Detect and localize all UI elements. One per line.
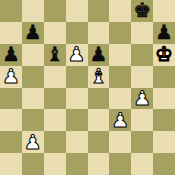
square-c4[interactable] — [44, 88, 66, 110]
square-e3[interactable] — [88, 109, 110, 131]
square-g8[interactable]: ♚ — [131, 0, 153, 22]
square-f6[interactable] — [109, 44, 131, 66]
black-bishop[interactable]: ♝ — [46, 44, 64, 65]
square-d2[interactable] — [66, 131, 88, 153]
square-a7[interactable] — [0, 22, 22, 44]
square-d7[interactable] — [66, 22, 88, 44]
square-g2[interactable] — [131, 131, 153, 153]
square-a6[interactable]: ♟ — [0, 44, 22, 66]
square-g5[interactable] — [131, 66, 153, 88]
square-d4[interactable] — [66, 88, 88, 110]
square-c7[interactable] — [44, 22, 66, 44]
square-h6[interactable]: ♚ — [153, 44, 175, 66]
square-b8[interactable] — [22, 0, 44, 22]
square-g7[interactable] — [131, 22, 153, 44]
square-g3[interactable] — [131, 109, 153, 131]
square-e5[interactable]: ♝ — [88, 66, 110, 88]
square-d6[interactable]: ♟ — [66, 44, 88, 66]
square-d8[interactable] — [66, 0, 88, 22]
square-h8[interactable] — [153, 0, 175, 22]
white-pawn[interactable]: ♟ — [133, 88, 151, 109]
square-g4[interactable]: ♟ — [131, 88, 153, 110]
black-king[interactable]: ♚ — [133, 0, 151, 21]
chess-board-container: ♚♟♟♟♝♟♟♚♟♝♟♟♟ — [0, 0, 175, 175]
square-f3[interactable]: ♟ — [109, 109, 131, 131]
white-bishop[interactable]: ♝ — [89, 66, 107, 87]
square-a5[interactable]: ♟ — [0, 66, 22, 88]
black-pawn[interactable]: ♟ — [155, 22, 173, 43]
square-b4[interactable] — [22, 88, 44, 110]
white-pawn[interactable]: ♟ — [111, 110, 129, 131]
square-h5[interactable] — [153, 66, 175, 88]
square-b1[interactable] — [22, 153, 44, 175]
square-a4[interactable] — [0, 88, 22, 110]
square-h4[interactable] — [153, 88, 175, 110]
square-f1[interactable] — [109, 153, 131, 175]
square-h2[interactable] — [153, 131, 175, 153]
square-e1[interactable] — [88, 153, 110, 175]
white-pawn[interactable]: ♟ — [2, 66, 20, 87]
square-e2[interactable] — [88, 131, 110, 153]
chess-board: ♚♟♟♟♝♟♟♚♟♝♟♟♟ — [0, 0, 175, 175]
square-b7[interactable]: ♟ — [22, 22, 44, 44]
square-a3[interactable] — [0, 109, 22, 131]
square-c5[interactable] — [44, 66, 66, 88]
square-c6[interactable]: ♝ — [44, 44, 66, 66]
square-b5[interactable] — [22, 66, 44, 88]
square-h7[interactable]: ♟ — [153, 22, 175, 44]
square-f4[interactable] — [109, 88, 131, 110]
square-d1[interactable] — [66, 153, 88, 175]
square-c8[interactable] — [44, 0, 66, 22]
square-a2[interactable] — [0, 131, 22, 153]
square-e7[interactable] — [88, 22, 110, 44]
square-b6[interactable] — [22, 44, 44, 66]
square-b2[interactable]: ♟ — [22, 131, 44, 153]
square-a1[interactable] — [0, 153, 22, 175]
square-f7[interactable] — [109, 22, 131, 44]
white-pawn[interactable]: ♟ — [24, 132, 42, 153]
black-pawn[interactable]: ♟ — [24, 22, 42, 43]
square-h3[interactable] — [153, 109, 175, 131]
square-f2[interactable] — [109, 131, 131, 153]
square-g1[interactable] — [131, 153, 153, 175]
square-c2[interactable] — [44, 131, 66, 153]
square-f8[interactable] — [109, 0, 131, 22]
white-king[interactable]: ♚ — [155, 44, 173, 65]
square-e8[interactable] — [88, 0, 110, 22]
square-e4[interactable] — [88, 88, 110, 110]
white-pawn[interactable]: ♟ — [68, 44, 86, 65]
square-f5[interactable] — [109, 66, 131, 88]
square-h1[interactable] — [153, 153, 175, 175]
square-c3[interactable] — [44, 109, 66, 131]
square-d3[interactable] — [66, 109, 88, 131]
square-e6[interactable]: ♟ — [88, 44, 110, 66]
square-d5[interactable] — [66, 66, 88, 88]
square-a8[interactable] — [0, 0, 22, 22]
square-b3[interactable] — [22, 109, 44, 131]
square-g6[interactable] — [131, 44, 153, 66]
square-c1[interactable] — [44, 153, 66, 175]
black-pawn[interactable]: ♟ — [89, 44, 107, 65]
black-pawn[interactable]: ♟ — [2, 44, 20, 65]
